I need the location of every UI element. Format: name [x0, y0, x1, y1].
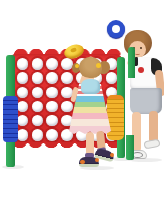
board-hole [61, 58, 73, 70]
stored-ring [3, 137, 18, 142]
board-hole [46, 101, 58, 113]
board-hole [106, 72, 118, 84]
boy-sandal [143, 139, 160, 150]
girl-collar [81, 79, 100, 94]
blue-ring-stack [3, 96, 18, 142]
board-hole [32, 72, 44, 84]
boy-shorts [130, 88, 162, 114]
yellow-hair-tie [75, 64, 79, 68]
board-hole [46, 58, 58, 70]
shoe-orange-accent [95, 158, 99, 162]
board-hole [32, 129, 44, 141]
board-hole [46, 115, 58, 127]
board-hole [17, 72, 29, 84]
board-hole [46, 87, 58, 99]
board-hole [32, 58, 44, 70]
board-hole [17, 58, 29, 70]
board-hole [61, 101, 73, 113]
board-hole [17, 129, 29, 141]
blue-ring-held [107, 20, 125, 38]
board-hole [61, 72, 73, 84]
boy-eye [140, 47, 142, 49]
scene [0, 0, 164, 200]
board-hole [32, 87, 44, 99]
board-hole [17, 115, 29, 127]
stored-ring [107, 135, 124, 140]
board-hole [46, 129, 58, 141]
board-hole [46, 72, 58, 84]
board-hole [17, 101, 29, 113]
boy-mouth [135, 52, 140, 55]
red-circle-logo-icon [138, 67, 144, 73]
rear-right-post [128, 47, 135, 78]
yellow-hair-tie [96, 63, 101, 68]
yellow-ring-stack [107, 95, 124, 140]
board-hole [32, 101, 44, 113]
shoe-orange-accent [80, 160, 85, 164]
board-hole [17, 87, 29, 99]
rear-right-leg [126, 135, 134, 160]
board-hole [32, 115, 44, 127]
